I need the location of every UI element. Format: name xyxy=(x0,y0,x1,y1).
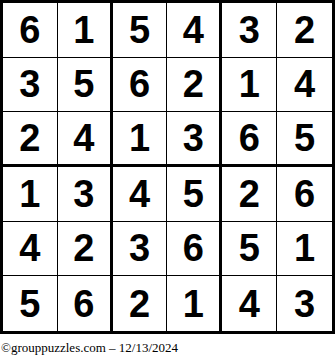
copyright-credit: ©grouppuzzles.com – 12/13/2024 xyxy=(1,340,178,356)
sudoku-board: 6 1 5 4 3 2 3 5 6 2 1 4 2 4 1 3 6 5 1 3 … xyxy=(0,0,335,334)
cell-r3c2: 4 xyxy=(58,112,113,167)
cell-r6c5: 4 xyxy=(222,276,277,331)
cell-r2c6: 4 xyxy=(277,58,332,113)
cell-r1c2: 1 xyxy=(58,3,113,58)
cell-r1c3: 5 xyxy=(113,3,168,58)
cell-r4c4: 5 xyxy=(167,167,222,222)
cell-r2c1: 3 xyxy=(3,58,58,113)
cell-r3c3: 1 xyxy=(113,112,168,167)
cell-r3c6: 5 xyxy=(277,112,332,167)
cell-r4c6: 6 xyxy=(277,167,332,222)
cell-r4c2: 3 xyxy=(58,167,113,222)
cell-r2c5: 1 xyxy=(222,58,277,113)
sudoku-page: 6 1 5 4 3 2 3 5 6 2 1 4 2 4 1 3 6 5 1 3 … xyxy=(0,0,335,357)
cell-r3c5: 6 xyxy=(222,112,277,167)
cell-r5c4: 6 xyxy=(167,222,222,277)
cell-r5c5: 5 xyxy=(222,222,277,277)
cell-r6c3: 2 xyxy=(113,276,168,331)
cell-r3c4: 3 xyxy=(167,112,222,167)
cell-r6c1: 5 xyxy=(3,276,58,331)
cell-r3c1: 2 xyxy=(3,112,58,167)
cell-r6c4: 1 xyxy=(167,276,222,331)
cell-r6c6: 3 xyxy=(277,276,332,331)
cell-r2c4: 2 xyxy=(167,58,222,113)
cell-r1c5: 3 xyxy=(222,3,277,58)
cell-r1c4: 4 xyxy=(167,3,222,58)
cell-r6c2: 6 xyxy=(58,276,113,331)
cell-r2c2: 5 xyxy=(58,58,113,113)
cell-r5c3: 3 xyxy=(113,222,168,277)
cell-r4c1: 1 xyxy=(3,167,58,222)
cell-r2c3: 6 xyxy=(113,58,168,113)
cell-r1c6: 2 xyxy=(277,3,332,58)
cell-r4c3: 4 xyxy=(113,167,168,222)
cell-r5c1: 4 xyxy=(3,222,58,277)
cell-r1c1: 6 xyxy=(3,3,58,58)
cell-r5c2: 2 xyxy=(58,222,113,277)
cell-r5c6: 1 xyxy=(277,222,332,277)
cell-r4c5: 2 xyxy=(222,167,277,222)
